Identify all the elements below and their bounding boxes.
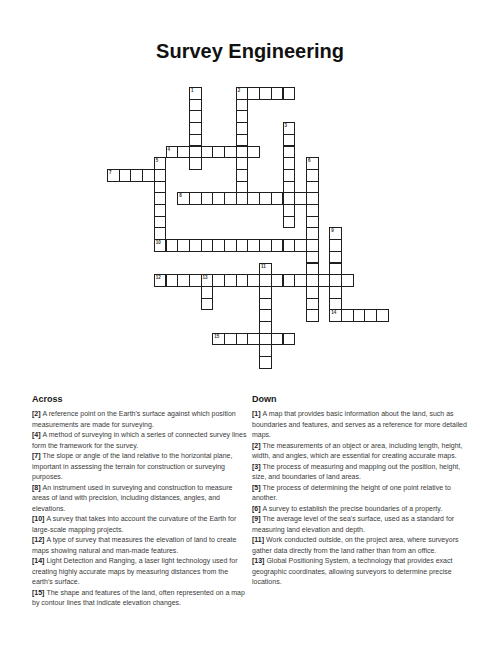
clue-number-label-4: 4 [168,147,171,152]
across-header: Across [32,394,249,404]
clue-down-11: [11] Work conducted outside, on the proj… [252,535,470,556]
grid-cell-r5c12 [247,146,260,159]
clue-across-7: [7] The slope or angle of the land relat… [32,451,249,483]
clue-number-label-15: 15 [214,334,219,339]
grid-cell-r19c17 [306,309,319,322]
clue-number-label-11: 11 [261,264,266,269]
clue-across-15: [15] The shape and features of the land,… [32,588,249,609]
clue-down-1: [1] A map that provides basic informatio… [252,409,470,441]
grid-cell-r21c15 [283,333,296,346]
down-clue-list: [1] A map that provides basic informatio… [252,409,470,588]
clue-number-label-12: 12 [156,275,161,280]
grid-cell-r6c7 [189,157,202,170]
clue-number-label-6: 6 [308,158,311,163]
clue-number-across-4: [4] [32,431,43,438]
clue-down-13: [13] Global Positioning System, a techno… [252,556,470,588]
clue-number-across-10: [10] [32,515,46,522]
clue-number-down-5: [5] [252,484,263,491]
clue-down-9: [9] The average level of the sea's surfa… [252,514,470,535]
clue-number-across-7: [7] [32,452,43,459]
clue-number-label-7: 7 [109,170,112,175]
grid-cell-r23c13 [259,356,272,369]
clue-number-down-1: [1] [252,410,263,417]
clue-number-down-3: [3] [252,463,263,470]
clue-number-down-11: [11] [252,536,266,543]
clue-down-6: [6] A survey to establish the precise bo… [252,504,470,515]
clue-number-label-13: 13 [203,275,208,280]
clue-number-label-10: 10 [156,240,161,245]
clue-number-label-5: 5 [156,158,159,163]
clue-number-label-8: 8 [179,193,182,198]
grid-cell-r0c15 [283,87,296,100]
clue-across-2: [2] A reference point on the Earth's sur… [32,409,249,430]
clue-number-across-2: [2] [32,410,43,417]
grid-cell-r18c8 [201,298,214,311]
clue-number-down-6: [6] [252,505,263,512]
across-clue-list: [2] A reference point on the Earth's sur… [32,409,249,609]
clue-down-3: [3] The process of measuring and mapping… [252,462,470,483]
clue-number-label-1: 1 [191,88,194,93]
down-header: Down [252,394,470,404]
clue-across-12: [12] A type of survey that measures the … [32,535,249,556]
clue-number-down-13: [13] [252,557,266,564]
grid-cell-r19c23 [376,309,389,322]
grid-cell-r16c20 [341,274,354,287]
clue-number-across-8: [8] [32,484,43,491]
clue-number-down-2: [2] [252,442,263,449]
clue-number-label-14: 14 [331,310,336,315]
clue-across-14: [14] Light Detection and Ranging, a lase… [32,556,249,588]
across-clues-section: Across [2] A reference point on the Eart… [32,394,249,609]
clue-number-down-9: [9] [252,515,263,522]
clue-number-across-14: [14] [32,557,46,564]
clue-across-8: [8] An instrument used in surveying and … [32,483,249,515]
clue-number-label-9: 9 [331,228,334,233]
grid-cell-r11c15 [283,216,296,229]
clue-number-across-12: [12] [32,536,46,543]
clue-across-4: [4] A method of surveying in which a ser… [32,430,249,451]
clue-number-across-15: [15] [32,589,46,596]
crossword-grid: 123456789101112131415 [107,87,389,369]
page-title: Survey Engineering [0,40,500,63]
clue-down-5: [5] The process of determining the heigh… [252,483,470,504]
clue-across-10: [10] A survey that takes into account th… [32,514,249,535]
down-clues-section: Down [1] A map that provides basic infor… [252,394,470,588]
clue-number-label-2: 2 [238,88,241,93]
clue-down-2: [2] The measurements of an object or are… [252,441,470,462]
clue-number-label-3: 3 [285,123,288,128]
